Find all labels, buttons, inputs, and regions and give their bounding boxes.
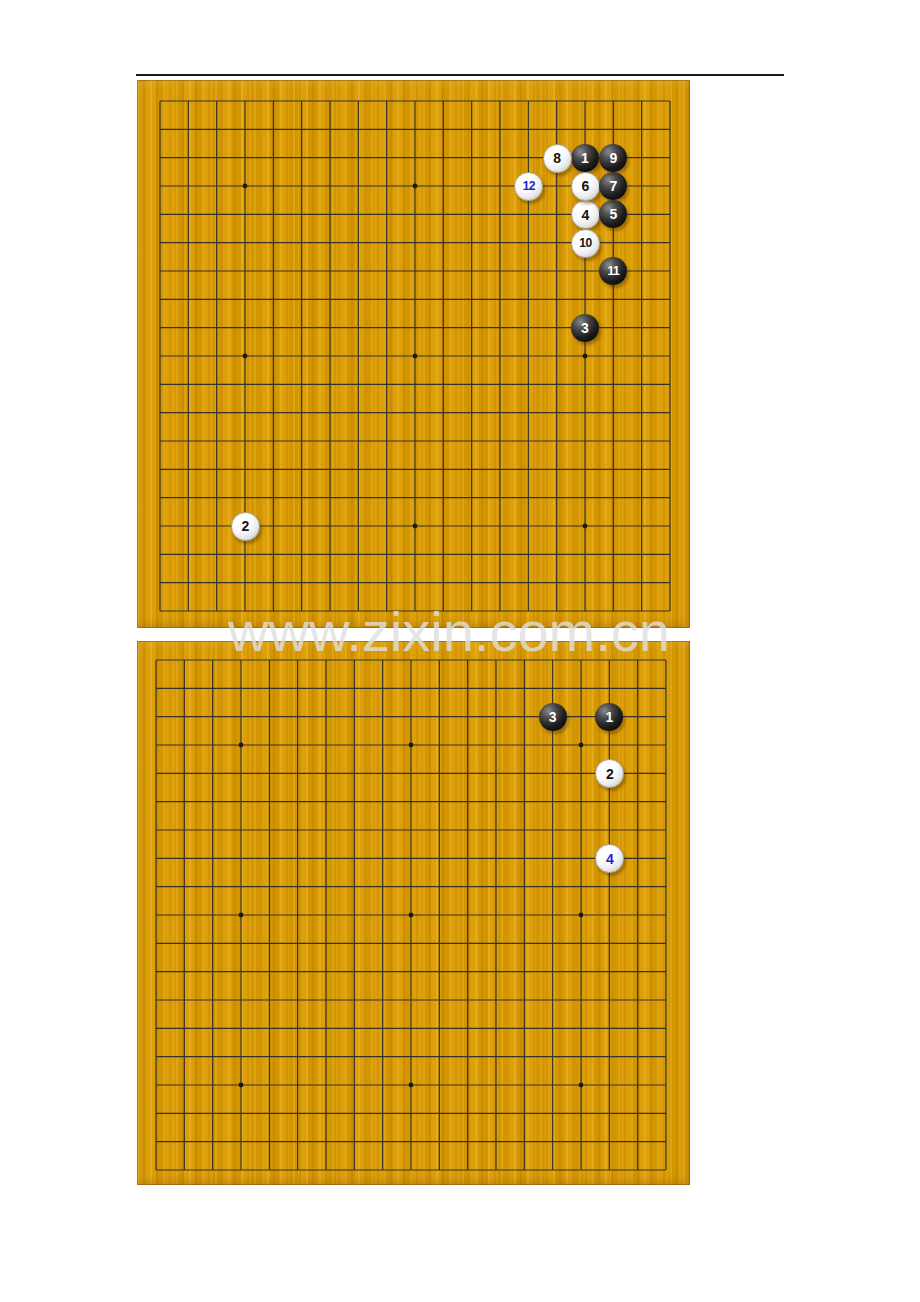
stone-black-3: 3 (571, 314, 599, 342)
star-point (239, 743, 244, 748)
star-point (579, 913, 584, 918)
move-number: 8 (553, 151, 561, 165)
go-board-diagram-1: 123456789101112 (137, 80, 690, 628)
move-number: 2 (242, 519, 250, 533)
stone-white-2: 2 (231, 512, 260, 541)
stone-black-9: 9 (599, 144, 627, 172)
stone-white-8: 8 (543, 144, 572, 173)
star-point (409, 1083, 414, 1088)
star-point (413, 354, 418, 359)
move-number: 3 (549, 710, 557, 724)
move-number: 10 (579, 237, 591, 249)
move-number: 7 (609, 179, 617, 193)
stone-black-1: 1 (571, 144, 599, 172)
move-number: 3 (581, 321, 589, 335)
horizontal-rule (136, 74, 784, 76)
watermark: www.zixin.com.cn (228, 604, 670, 660)
move-number: 11 (607, 265, 619, 277)
move-number: 5 (609, 207, 617, 221)
stone-black-1: 1 (595, 703, 623, 731)
star-point (579, 743, 584, 748)
stone-white-6: 6 (571, 172, 600, 201)
move-number: 2 (606, 767, 614, 781)
star-point (413, 184, 418, 189)
star-point (583, 524, 588, 529)
star-point (243, 354, 248, 359)
stone-black-3: 3 (539, 703, 567, 731)
move-number: 1 (605, 710, 613, 724)
move-number: 4 (582, 208, 590, 222)
move-number: 6 (582, 179, 590, 193)
star-point (413, 524, 418, 529)
star-point (409, 743, 414, 748)
star-point (239, 1083, 244, 1088)
move-number: 9 (609, 151, 617, 165)
star-point (583, 354, 588, 359)
move-number: 12 (523, 180, 535, 192)
move-number: 4 (606, 852, 614, 866)
star-point (409, 913, 414, 918)
star-point (239, 913, 244, 918)
stone-white-10: 10 (571, 229, 600, 258)
star-point (243, 184, 248, 189)
go-board-diagram-2: 1234 (137, 641, 690, 1185)
star-point (579, 1083, 584, 1088)
document-page: 123456789101112 1234 www.zixin.com.cn (0, 0, 920, 1302)
move-number: 1 (581, 151, 589, 165)
